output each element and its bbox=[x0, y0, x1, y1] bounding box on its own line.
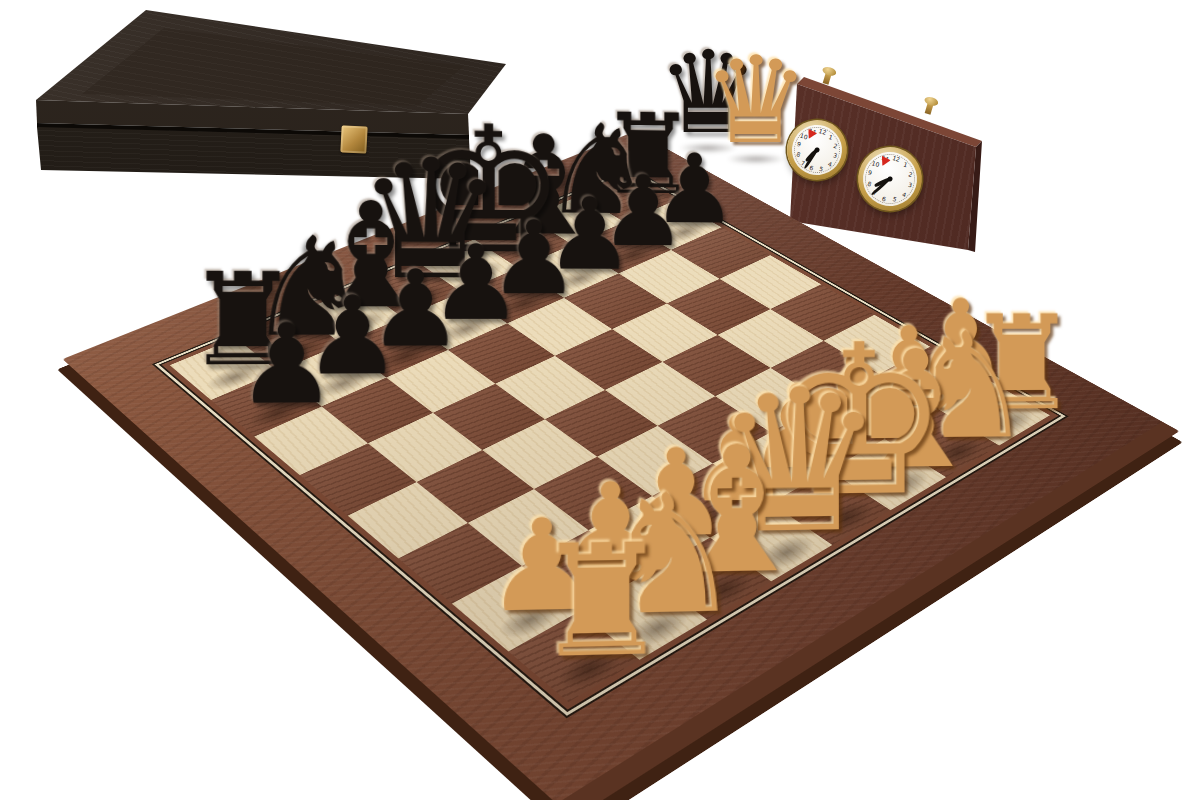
spare-piece-tray: ♛ ♛ bbox=[0, 0, 1200, 800]
product-photo-scene: 121234567891011 121234567891011 ♜♞♝♛♚♝♞♜… bbox=[0, 0, 1200, 800]
spare-white-queen: ♛ bbox=[702, 41, 810, 161]
